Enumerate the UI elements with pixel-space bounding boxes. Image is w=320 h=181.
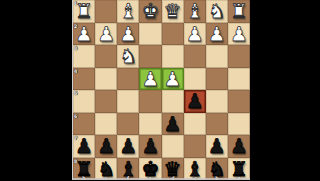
square-d4[interactable]: ♟ <box>162 68 184 91</box>
board-bottom-border <box>73 178 250 180</box>
rank-label-8: 8 <box>74 158 77 164</box>
square-g5[interactable] <box>95 90 117 113</box>
rank-label-2: 2 <box>74 23 77 29</box>
white-pawn: ♟ <box>97 24 115 44</box>
square-f4[interactable] <box>117 68 139 91</box>
square-h8[interactable]: 8h♜ <box>73 158 95 181</box>
square-h1[interactable]: 1♜ <box>73 0 95 23</box>
white-knight: ♞ <box>119 46 137 66</box>
board-left-border <box>72 0 73 180</box>
video-frame: 1♜♝♚♛♝♞♜2♟♟♟♟♟♟3♞4♟♟5♟6♟7♟♟♟♟♟♟8h♜g♞f♝e♚… <box>0 0 320 180</box>
chess-board: 1♜♝♚♛♝♞♜2♟♟♟♟♟♟3♞4♟♟5♟6♟7♟♟♟♟♟♟8h♜g♞f♝e♚… <box>73 0 250 180</box>
square-d6[interactable]: ♟ <box>162 113 184 136</box>
square-c3[interactable] <box>184 45 206 68</box>
black-pawn: ♟ <box>208 136 226 156</box>
rank-label-4: 4 <box>74 68 77 74</box>
black-pawn: ♟ <box>141 136 159 156</box>
square-g2[interactable]: ♟ <box>95 23 117 46</box>
square-e2[interactable] <box>139 23 161 46</box>
square-c6[interactable] <box>184 113 206 136</box>
square-e7[interactable]: ♟ <box>139 135 161 158</box>
black-pawn: ♟ <box>186 91 204 111</box>
square-b7[interactable]: ♟ <box>206 135 228 158</box>
white-king: ♚ <box>141 1 159 21</box>
black-rook: ♜ <box>230 159 248 179</box>
square-c7[interactable] <box>184 135 206 158</box>
square-c5[interactable]: ♟ <box>184 90 206 113</box>
black-queen: ♛ <box>164 159 182 179</box>
square-d2[interactable] <box>162 23 184 46</box>
square-e1[interactable]: ♚ <box>139 0 161 23</box>
square-h3[interactable]: 3 <box>73 45 95 68</box>
square-e5[interactable] <box>139 90 161 113</box>
white-bishop: ♝ <box>186 1 204 21</box>
black-knight: ♞ <box>97 159 115 179</box>
square-h5[interactable]: 5 <box>73 90 95 113</box>
square-c2[interactable]: ♟ <box>184 23 206 46</box>
square-e4[interactable]: ♟ <box>139 68 161 91</box>
square-g6[interactable] <box>95 113 117 136</box>
pillarbox-right <box>250 0 320 180</box>
square-g3[interactable] <box>95 45 117 68</box>
square-a1[interactable]: ♜ <box>228 0 250 23</box>
black-pawn: ♟ <box>119 136 137 156</box>
square-c4[interactable] <box>184 68 206 91</box>
square-g1[interactable] <box>95 0 117 23</box>
square-h2[interactable]: 2♟ <box>73 23 95 46</box>
square-d5[interactable] <box>162 90 184 113</box>
square-b1[interactable]: ♞ <box>206 0 228 23</box>
square-f1[interactable]: ♝ <box>117 0 139 23</box>
white-bishop: ♝ <box>119 1 137 21</box>
square-d7[interactable] <box>162 135 184 158</box>
rank-label-5: 5 <box>74 90 77 96</box>
square-h6[interactable]: 6 <box>73 113 95 136</box>
square-g7[interactable]: ♟ <box>95 135 117 158</box>
black-king: ♚ <box>141 159 159 179</box>
black-bishop: ♝ <box>186 159 204 179</box>
square-f7[interactable]: ♟ <box>117 135 139 158</box>
square-h7[interactable]: 7♟ <box>73 135 95 158</box>
square-b3[interactable] <box>206 45 228 68</box>
square-a7[interactable]: ♟ <box>228 135 250 158</box>
square-b4[interactable] <box>206 68 228 91</box>
white-knight: ♞ <box>208 1 226 21</box>
square-e3[interactable] <box>139 45 161 68</box>
square-a4[interactable] <box>228 68 250 91</box>
square-d8[interactable]: d♛ <box>162 158 184 181</box>
rank-label-7: 7 <box>74 135 77 141</box>
white-rook: ♜ <box>230 1 248 21</box>
square-f6[interactable] <box>117 113 139 136</box>
square-f3[interactable]: ♞ <box>117 45 139 68</box>
square-f2[interactable]: ♟ <box>117 23 139 46</box>
pillarbox-left <box>0 0 73 180</box>
black-pawn: ♟ <box>164 114 182 134</box>
square-c8[interactable]: c♝ <box>184 158 206 181</box>
white-queen: ♛ <box>164 1 182 21</box>
black-pawn: ♟ <box>230 136 248 156</box>
rank-label-3: 3 <box>74 45 77 51</box>
square-b8[interactable]: b♞ <box>206 158 228 181</box>
black-pawn: ♟ <box>97 136 115 156</box>
square-d1[interactable]: ♛ <box>162 0 184 23</box>
white-pawn: ♟ <box>186 24 204 44</box>
square-a3[interactable] <box>228 45 250 68</box>
black-rook: ♜ <box>75 159 93 179</box>
rank-label-1: 1 <box>74 0 77 6</box>
square-b5[interactable] <box>206 90 228 113</box>
square-g4[interactable] <box>95 68 117 91</box>
square-a8[interactable]: a♜ <box>228 158 250 181</box>
white-pawn: ♟ <box>75 24 93 44</box>
square-a2[interactable]: ♟ <box>228 23 250 46</box>
white-pawn: ♟ <box>230 24 248 44</box>
square-f8[interactable]: f♝ <box>117 158 139 181</box>
square-b2[interactable]: ♟ <box>206 23 228 46</box>
white-pawn: ♟ <box>208 24 226 44</box>
square-f5[interactable] <box>117 90 139 113</box>
white-pawn: ♟ <box>141 69 159 89</box>
square-e6[interactable] <box>139 113 161 136</box>
black-bishop: ♝ <box>119 159 137 179</box>
square-a6[interactable] <box>228 113 250 136</box>
square-a5[interactable] <box>228 90 250 113</box>
square-g8[interactable]: g♞ <box>95 158 117 181</box>
square-h4[interactable]: 4 <box>73 68 95 91</box>
rank-label-6: 6 <box>74 113 77 119</box>
white-pawn: ♟ <box>119 24 137 44</box>
square-d3[interactable] <box>162 45 184 68</box>
white-rook: ♜ <box>75 1 93 21</box>
square-e8[interactable]: e♚ <box>139 158 161 181</box>
black-knight: ♞ <box>208 159 226 179</box>
square-c1[interactable]: ♝ <box>184 0 206 23</box>
white-pawn: ♟ <box>164 69 182 89</box>
square-b6[interactable] <box>206 113 228 136</box>
black-pawn: ♟ <box>75 136 93 156</box>
